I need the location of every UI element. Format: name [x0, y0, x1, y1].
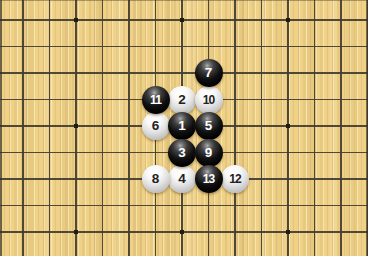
board-edge-line-top: [0, 0, 368, 1]
stone-number: 9: [205, 146, 213, 160]
grid-line-vertical: [340, 0, 341, 256]
stone-black-5[interactable]: 5: [195, 112, 223, 140]
stone-number: 13: [203, 173, 215, 185]
board-edge-line-left: [0, 0, 2, 256]
stone-number: 1: [178, 119, 186, 133]
star-point: [286, 124, 291, 129]
stone-number: 7: [205, 66, 213, 80]
stone-number: 11: [150, 94, 161, 106]
grid-line-horizontal: [0, 205, 368, 206]
stone-black-11[interactable]: 11: [142, 86, 170, 114]
star-point: [180, 230, 185, 235]
stone-white-6[interactable]: 6: [142, 112, 170, 140]
stone-black-9[interactable]: 9: [195, 139, 223, 167]
stone-white-4[interactable]: 4: [168, 165, 196, 193]
grid-line-vertical: [314, 0, 315, 256]
grid-line-horizontal: [0, 46, 368, 47]
stone-number: 2: [178, 93, 186, 107]
stone-number: 12: [229, 173, 241, 185]
stone-number: 5: [205, 119, 213, 133]
stone-number: 8: [152, 172, 160, 186]
stone-number: 6: [152, 119, 160, 133]
grid-line-vertical: [22, 0, 23, 256]
stone-black-13[interactable]: 13: [195, 165, 223, 193]
stone-black-7[interactable]: 7: [195, 59, 223, 87]
star-point: [180, 18, 185, 23]
grid-line-horizontal: [0, 72, 368, 73]
star-point: [286, 230, 291, 235]
star-point: [74, 18, 79, 23]
grid-line-vertical: [49, 0, 50, 256]
grid-line-vertical: [102, 0, 103, 256]
stone-black-1[interactable]: 1: [168, 112, 196, 140]
go-board[interactable]: 24681012135791113: [0, 0, 368, 256]
grid-line-vertical: [234, 0, 235, 256]
stone-number: 3: [178, 146, 186, 160]
stone-white-12[interactable]: 12: [221, 165, 249, 193]
stone-white-2[interactable]: 2: [168, 86, 196, 114]
star-point: [74, 124, 79, 129]
stone-black-3[interactable]: 3: [168, 139, 196, 167]
star-point: [286, 18, 291, 23]
stone-white-10[interactable]: 10: [195, 86, 223, 114]
grid-line-vertical: [128, 0, 129, 256]
stone-number: 4: [178, 172, 186, 186]
grid-line-vertical: [261, 0, 262, 256]
stone-white-8[interactable]: 8: [142, 165, 170, 193]
star-point: [74, 230, 79, 235]
stone-number: 10: [203, 94, 215, 106]
